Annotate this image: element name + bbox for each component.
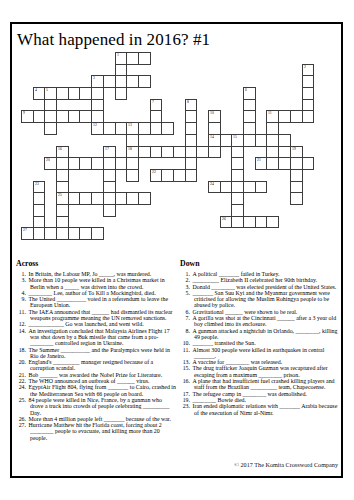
- clue-item-text: _______ transited the Sun.: [193, 340, 256, 346]
- clue-item-number: 14.: [16, 328, 26, 334]
- clue-item-number: 24.: [16, 384, 26, 390]
- clue-item-text: Almost 300 people were killed in earthqu…: [193, 347, 325, 359]
- clue-item: 5._______ San Suu Kyi and the Myanmar go…: [180, 290, 340, 309]
- clue-item-text: The WHO announced an outbreak of ______ …: [29, 378, 150, 384]
- clue-item: 11.The IAEA announced that ______ had di…: [16, 309, 176, 322]
- clue-item-number: 11.: [16, 309, 26, 315]
- clue-item: 18.The Summer __________ and the Paralym…: [16, 347, 176, 360]
- clue-number: 11: [268, 111, 272, 115]
- clue-item-number: 11.: [180, 347, 190, 353]
- grid-cell[interactable]: [138, 52, 151, 65]
- clue-item-text: The refugee camp in ________ was demolis…: [193, 391, 307, 397]
- clue-number: 1: [117, 53, 119, 57]
- grid-cell[interactable]: [44, 122, 57, 135]
- crossword-grid: 1234567891011121314151617181920212223242…: [22, 53, 314, 240]
- clue-item: 23.Iran ended diplomatic relations with …: [180, 403, 340, 416]
- clue-number: 26: [222, 217, 226, 221]
- clue-number: 8: [187, 100, 189, 104]
- clue-section-down: Down 1.A political _______ failed in Tur…: [180, 259, 340, 441]
- clue-item: 27.Hurricane Matthew hit the Florida coa…: [16, 422, 176, 441]
- clue-item-text: Iran ended diplomatic relations with ___…: [193, 403, 338, 415]
- clue-number: 19: [292, 147, 296, 151]
- clue-item: 11.Almost 300 people were killed in eart…: [180, 347, 340, 360]
- clue-item-text: A gorilla was shot at the Cincinnati ___…: [193, 315, 337, 327]
- clue-item-number: 18.: [16, 347, 26, 353]
- grid-cell[interactable]: [103, 204, 116, 217]
- clue-item-text: The IAEA announced that ______ had disma…: [29, 309, 173, 321]
- clue-item-number: 27.: [16, 422, 26, 428]
- clue-item-text: A gunman attacked a nightclub in Orlando…: [193, 328, 338, 340]
- grid-cell[interactable]: [266, 216, 279, 229]
- clue-section-across: Across 1.In Britain, the Labour MP, Jo _…: [16, 259, 176, 441]
- down-clue-list: 1.A political _______ failed in Turkey.2…: [180, 271, 340, 416]
- clue-item-number: 7.: [180, 315, 190, 321]
- clue-item-text: Donald ________ was elected president of…: [193, 284, 337, 290]
- clue-item-number: 3.: [16, 277, 26, 283]
- grid-cell[interactable]: [126, 169, 139, 182]
- clue-item-text: The United __________ voted in a referen…: [29, 296, 169, 308]
- clue-number: 14: [210, 135, 214, 139]
- down-header: Down: [180, 259, 340, 268]
- clue-item: 25.84 people were killed in Nice, France…: [16, 397, 176, 416]
- grid-cell[interactable]: [185, 169, 198, 182]
- clue-number: 3: [93, 76, 95, 80]
- across-header: Across: [16, 259, 176, 268]
- clue-item-text: An investigation concluded that Malaysia…: [29, 328, 170, 347]
- clue-number: 7: [152, 100, 154, 104]
- grid-cell[interactable]: [208, 146, 221, 159]
- clue-number: 4: [35, 88, 37, 92]
- clue-item-text: EgyptAir Flight 804, flying from _______…: [29, 384, 176, 396]
- clue-item-text: The Summer __________ and the Paralympic…: [29, 347, 170, 359]
- grid-cell[interactable]: [302, 157, 315, 170]
- clue-item-text: ________ Bowie died.: [193, 397, 247, 403]
- clue-number: 6: [245, 88, 247, 92]
- clue-item: 8.A gunman attacked a nightclub in Orlan…: [180, 328, 340, 341]
- clue-item-text: _______ San Suu Kyi and the Myanmar gove…: [193, 290, 330, 309]
- clue-item: 15.The drug trafficker Joaquin Guzman wa…: [180, 365, 340, 378]
- clue-item: 9.The United __________ voted in a refer…: [16, 296, 176, 309]
- clue-item-text: 84 people were killed in Nice, France, b…: [29, 397, 170, 416]
- across-clue-list: 1.In Britain, the Labour MP, Jo _____, w…: [16, 271, 176, 441]
- clue-number: 13: [128, 123, 132, 127]
- clue-item-text: Bob ______ was awarded the Nobel Prize f…: [29, 372, 163, 378]
- clue-item-text: ________ Lee, author of To Kill a Mockin…: [29, 290, 156, 296]
- clue-number: 2: [304, 65, 306, 69]
- page-title: What happened in 2016? #1: [17, 30, 210, 50]
- clue-item-number: 16.: [180, 378, 190, 384]
- clue-item-text: The drug trafficker Joaquin Guzman was r…: [193, 365, 328, 377]
- clue-number: 16: [58, 147, 62, 151]
- clue-number: 10: [210, 111, 214, 115]
- clue-number: 24: [210, 182, 214, 186]
- grid-cell[interactable]: [255, 181, 268, 194]
- clue-item-number: 8.: [180, 328, 190, 334]
- clue-number: 18: [128, 147, 132, 151]
- clue-item-number: 9.: [16, 296, 26, 302]
- clue-number: 23: [35, 182, 39, 186]
- clue-number: 15: [233, 135, 237, 139]
- grid-cell[interactable]: [138, 75, 151, 88]
- grid-cell[interactable]: [91, 227, 104, 240]
- clue-item-text: A vaccine for ________ was released.: [193, 359, 283, 365]
- clue-item-number: 25.: [16, 397, 26, 403]
- clue-item-text: England's _________ manager resigned bec…: [29, 359, 154, 371]
- clue-item-text: A political _______ failed in Turkey.: [193, 271, 280, 277]
- clue-item-text: A plane that had insufficient fuel crash…: [193, 378, 335, 390]
- clue-item-text: Hurricane Matthew hit the Florida coast,…: [29, 422, 162, 441]
- grid-cell[interactable]: [115, 87, 128, 100]
- clue-number: 12: [93, 123, 97, 127]
- grid-cell[interactable]: [290, 192, 303, 205]
- clue-item-text: More than 4 million people left _______ …: [29, 416, 171, 422]
- clue-item-text: More than 10 people were killed in a Chr…: [29, 277, 165, 289]
- clue-number: 25: [58, 193, 62, 197]
- grid-cell[interactable]: [302, 110, 315, 123]
- clue-number: 5: [46, 88, 48, 92]
- clue-number: 9: [23, 111, 25, 115]
- clue-number: 20: [46, 158, 50, 162]
- grid-cell[interactable]: [161, 122, 174, 135]
- clues-area: Across 1.In Britain, the Labour MP, Jo _…: [16, 259, 342, 441]
- clue-item-number: 23.: [180, 403, 190, 409]
- copyright-footer: © 2017 The Komita Crossword Company: [234, 461, 338, 468]
- clue-item: 16.A plane that had insufficient fuel cr…: [180, 378, 340, 391]
- clue-item: 20.England's _________ manager resigned …: [16, 359, 176, 372]
- clue-item: 3.More than 10 people were killed in a C…: [16, 277, 176, 290]
- clue-item: 7.A gorilla was shot at the Cincinnati _…: [180, 315, 340, 328]
- clue-number: 27: [23, 228, 27, 232]
- clue-number: 21: [257, 158, 261, 162]
- clue-item-number: 5.: [180, 290, 190, 296]
- clue-item-text: In Britain, the Labour MP, Jo _____, was…: [29, 271, 152, 277]
- grid-cell[interactable]: [138, 192, 151, 205]
- clue-item-text: Gravitational ______ were shown to be re…: [193, 309, 298, 315]
- clue-item: 14.An investigation concluded that Malay…: [16, 328, 176, 347]
- clue-item-text: _________ Elizabeth II celebrated her 90…: [193, 277, 317, 283]
- clue-item: 24.EgyptAir Flight 804, flying from ____…: [16, 384, 176, 397]
- clue-item-number: 15.: [180, 365, 190, 371]
- clue-item-text: ____________ Go was launched, and went w…: [29, 321, 144, 327]
- clue-number: 22: [152, 170, 156, 174]
- clue-item-number: 20.: [16, 359, 26, 365]
- clue-number: 17: [105, 147, 109, 151]
